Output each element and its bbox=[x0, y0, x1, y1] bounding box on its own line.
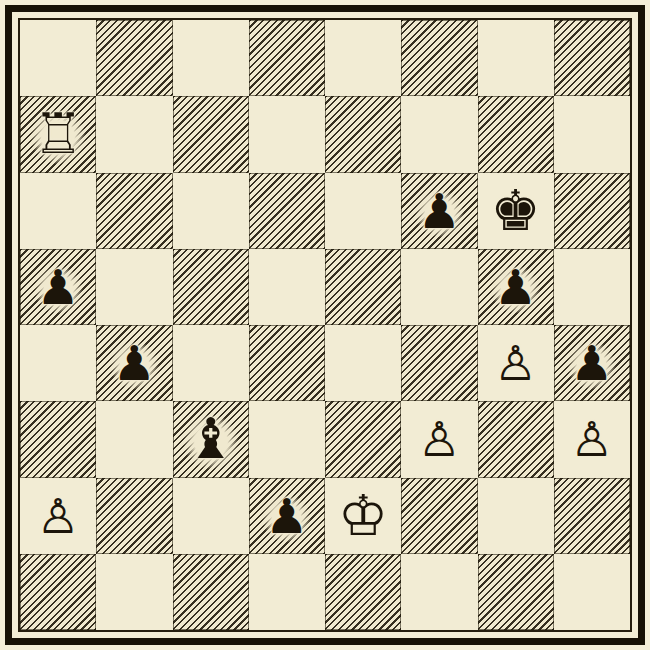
diagram-inner-frame: ♖♟♚♟♟♟♙♟♝♙♙♙♟♔ bbox=[18, 18, 632, 632]
square-h8 bbox=[554, 20, 630, 96]
square-f3: ♙ bbox=[401, 401, 477, 477]
square-e6 bbox=[325, 173, 401, 249]
square-f8 bbox=[401, 20, 477, 96]
square-f7 bbox=[401, 96, 477, 172]
square-h3: ♙ bbox=[554, 401, 630, 477]
white-pawn-g4: ♙ bbox=[494, 339, 537, 387]
square-b1 bbox=[96, 554, 172, 630]
black-pawn-f6: ♟ bbox=[412, 185, 467, 237]
square-d8 bbox=[249, 20, 325, 96]
square-c5 bbox=[173, 249, 249, 325]
square-d5 bbox=[249, 249, 325, 325]
square-b2 bbox=[96, 478, 172, 554]
square-a4 bbox=[20, 325, 96, 401]
square-b6 bbox=[96, 173, 172, 249]
black-pawn-h4: ♟ bbox=[564, 337, 619, 389]
square-d7 bbox=[249, 96, 325, 172]
white-rook-a7: ♖ bbox=[27, 104, 89, 164]
white-pawn-a2: ♙ bbox=[37, 492, 80, 540]
square-e7 bbox=[325, 96, 401, 172]
black-pawn-a5: ♟ bbox=[31, 261, 86, 313]
square-a3 bbox=[20, 401, 96, 477]
square-e3 bbox=[325, 401, 401, 477]
square-g3 bbox=[478, 401, 554, 477]
square-c7 bbox=[173, 96, 249, 172]
square-d6 bbox=[249, 173, 325, 249]
square-b4: ♟ bbox=[96, 325, 172, 401]
square-f5 bbox=[401, 249, 477, 325]
square-c4 bbox=[173, 325, 249, 401]
square-g1 bbox=[478, 554, 554, 630]
square-c2 bbox=[173, 478, 249, 554]
square-c6 bbox=[173, 173, 249, 249]
square-a7: ♖ bbox=[20, 96, 96, 172]
black-pawn-b4: ♟ bbox=[107, 337, 162, 389]
square-b7 bbox=[96, 96, 172, 172]
square-g4: ♙ bbox=[478, 325, 554, 401]
square-h6 bbox=[554, 173, 630, 249]
square-a5: ♟ bbox=[20, 249, 96, 325]
white-pawn-h3: ♙ bbox=[570, 415, 613, 463]
square-e8 bbox=[325, 20, 401, 96]
square-e1 bbox=[325, 554, 401, 630]
square-d1 bbox=[249, 554, 325, 630]
square-h1 bbox=[554, 554, 630, 630]
square-h4: ♟ bbox=[554, 325, 630, 401]
square-f1 bbox=[401, 554, 477, 630]
diagram-outer-frame: ♖♟♚♟♟♟♙♟♝♙♙♙♟♔ bbox=[5, 5, 645, 645]
square-g5: ♟ bbox=[478, 249, 554, 325]
black-pawn-d2: ♟ bbox=[259, 490, 314, 542]
square-e4 bbox=[325, 325, 401, 401]
square-c8 bbox=[173, 20, 249, 96]
square-g7 bbox=[478, 96, 554, 172]
square-d4 bbox=[249, 325, 325, 401]
black-king-g6: ♚ bbox=[491, 183, 541, 239]
square-f2 bbox=[401, 478, 477, 554]
square-h7 bbox=[554, 96, 630, 172]
white-pawn-f3: ♙ bbox=[418, 415, 461, 463]
square-f6: ♟ bbox=[401, 173, 477, 249]
square-b8 bbox=[96, 20, 172, 96]
square-a8 bbox=[20, 20, 96, 96]
square-h2 bbox=[554, 478, 630, 554]
square-a1 bbox=[20, 554, 96, 630]
square-f4 bbox=[401, 325, 477, 401]
chess-board: ♖♟♚♟♟♟♙♟♝♙♙♙♟♔ bbox=[20, 20, 630, 630]
square-g8 bbox=[478, 20, 554, 96]
white-king-e2: ♔ bbox=[338, 488, 388, 544]
black-pawn-g5: ♟ bbox=[488, 261, 543, 313]
square-e5 bbox=[325, 249, 401, 325]
square-a6 bbox=[20, 173, 96, 249]
square-g2 bbox=[478, 478, 554, 554]
scanned-page: ♖♟♚♟♟♟♙♟♝♙♙♙♟♔ bbox=[0, 0, 650, 650]
square-h5 bbox=[554, 249, 630, 325]
black-bishop-c3: ♝ bbox=[180, 409, 242, 469]
square-d3 bbox=[249, 401, 325, 477]
square-d2: ♟ bbox=[249, 478, 325, 554]
square-c1 bbox=[173, 554, 249, 630]
square-c3: ♝ bbox=[173, 401, 249, 477]
square-a2: ♙ bbox=[20, 478, 96, 554]
square-e2: ♔ bbox=[325, 478, 401, 554]
square-b5 bbox=[96, 249, 172, 325]
square-g6: ♚ bbox=[478, 173, 554, 249]
square-b3 bbox=[96, 401, 172, 477]
